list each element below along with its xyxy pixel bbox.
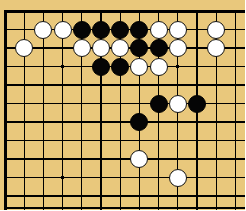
black-stone (130, 21, 148, 39)
black-stone (73, 21, 91, 39)
grid-vline (235, 10, 236, 211)
board-top-edge-line (4, 10, 246, 13)
white-stone (150, 21, 168, 39)
grid-hline (4, 121, 246, 122)
black-stone (111, 58, 129, 76)
black-stone (92, 21, 110, 39)
star-point (176, 65, 179, 68)
grid-hline (4, 140, 246, 141)
white-stone (169, 39, 187, 57)
white-stone (169, 169, 187, 187)
white-stone (150, 58, 168, 76)
grid-hline (4, 103, 246, 104)
white-stone (130, 58, 148, 76)
white-stone (207, 21, 225, 39)
black-stone (150, 39, 168, 57)
black-stone (92, 58, 110, 76)
grid-vline (62, 10, 63, 211)
white-stone (207, 39, 225, 57)
black-stone (130, 39, 148, 57)
board-left-edge-line (4, 10, 7, 211)
black-stone (130, 113, 148, 131)
grid-hline (4, 158, 246, 159)
diagram-crop-edge-line (4, 207, 246, 209)
black-stone (188, 95, 206, 113)
white-stone (54, 21, 72, 39)
black-stone (111, 21, 129, 39)
go-board[interactable] (0, 0, 245, 210)
white-stone (92, 39, 110, 57)
star-point (61, 65, 64, 68)
white-stone (169, 21, 187, 39)
grid-hline (4, 177, 246, 178)
black-stone (150, 95, 168, 113)
white-stone (169, 95, 187, 113)
white-stone (130, 150, 148, 168)
grid-vline (43, 10, 44, 211)
white-stone (73, 39, 91, 57)
white-stone (15, 39, 33, 57)
grid-hline (4, 195, 246, 196)
white-stone (34, 21, 52, 39)
star-point (61, 176, 64, 179)
white-stone (111, 39, 129, 57)
grid-hline (4, 84, 246, 85)
